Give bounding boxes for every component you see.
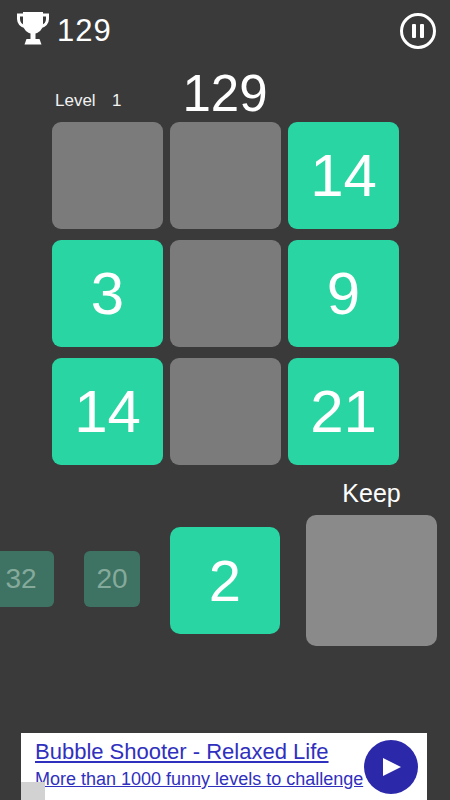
tile-number: 21 [310,377,377,446]
trophy-score: 129 [57,13,112,49]
board-cell[interactable]: 14 [52,358,163,465]
ad-banner[interactable]: Bubble Shooter - Relaxed Life More than … [21,733,427,800]
pause-button[interactable] [400,13,436,49]
tile-number: 14 [74,377,141,446]
board-cell[interactable] [170,240,281,347]
board-cell[interactable]: 3 [52,240,163,347]
board-cell[interactable]: 9 [288,240,399,347]
current-tile-number: 2 [209,547,241,614]
queue-tile-number: 32 [5,563,36,595]
queue-tile: 20 [84,551,140,607]
level-label: Level [55,91,96,111]
play-icon [379,756,403,778]
keep-label: Keep [306,479,437,508]
keep-slot[interactable] [306,515,437,646]
board-cell[interactable]: 21 [288,358,399,465]
ad-title-link[interactable]: Bubble Shooter - Relaxed Life [35,739,329,765]
pause-icon [420,24,424,38]
ad-play-button[interactable] [364,740,418,794]
tile-number: 14 [310,141,377,210]
tile-number: 3 [91,259,124,328]
tile-number: 9 [327,259,360,328]
game-screen: 129 129 Level 1 14391421 Keep 32 20 2 Bu… [0,0,450,800]
board-cell[interactable] [170,122,281,229]
pause-icon [412,24,416,38]
queue-tile: 32 [0,551,54,607]
current-tile[interactable]: 2 [170,527,280,634]
ad-attribution-square[interactable] [21,782,45,800]
ad-subtitle-link[interactable]: More than 1000 funny levels to challenge [35,769,363,790]
queue-tile-number: 20 [96,563,127,595]
board-cell[interactable]: 14 [288,122,399,229]
board-cell[interactable] [170,358,281,465]
game-board: 14391421 [52,122,399,465]
level-value: 1 [112,91,121,111]
trophy-icon [16,10,50,50]
board-cell[interactable] [52,122,163,229]
